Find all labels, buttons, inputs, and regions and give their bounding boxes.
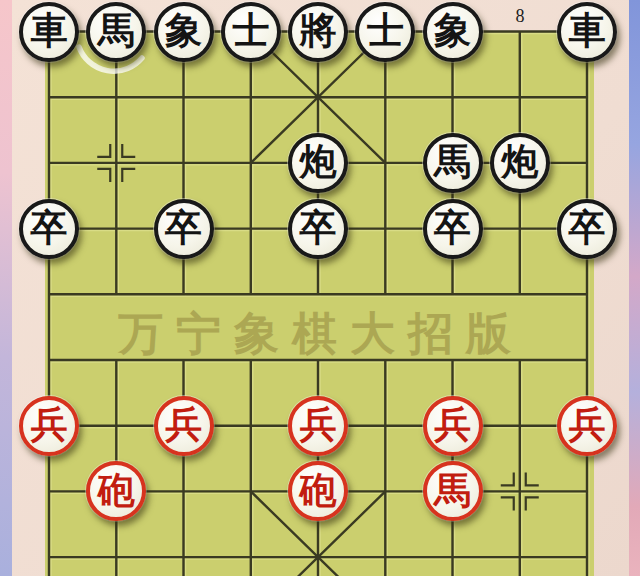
- piece-red-soldier[interactable]: 兵: [557, 396, 617, 456]
- piece-character: 卒: [165, 209, 202, 246]
- piece-black-elephant[interactable]: 象: [423, 2, 483, 62]
- piece-character: 砲: [300, 472, 337, 509]
- piece-red-cannon[interactable]: 砲: [288, 461, 348, 521]
- piece-black-cannon[interactable]: 炮: [288, 133, 348, 193]
- piece-red-horse[interactable]: 馬: [423, 461, 483, 521]
- piece-character: 砲: [98, 472, 135, 509]
- piece-character: 兵: [165, 406, 202, 443]
- piece-character: 卒: [300, 209, 337, 246]
- piece-character: 炮: [300, 143, 337, 180]
- piece-character: 車: [31, 12, 68, 49]
- piece-character: 車: [569, 12, 606, 49]
- piece-black-elephant[interactable]: 象: [154, 2, 214, 62]
- piece-black-soldier[interactable]: 卒: [154, 199, 214, 259]
- piece-black-horse[interactable]: 馬: [86, 2, 146, 62]
- piece-character: 炮: [501, 143, 538, 180]
- piece-red-soldier[interactable]: 兵: [154, 396, 214, 456]
- piece-black-horse[interactable]: 馬: [423, 133, 483, 193]
- piece-red-soldier[interactable]: 兵: [19, 396, 79, 456]
- piece-character: 兵: [31, 406, 68, 443]
- piece-character: 兵: [300, 406, 337, 443]
- piece-black-soldier[interactable]: 卒: [557, 199, 617, 259]
- piece-black-soldier[interactable]: 卒: [288, 199, 348, 259]
- piece-black-chariot[interactable]: 車: [557, 2, 617, 62]
- piece-character: 馬: [434, 143, 471, 180]
- piece-red-soldier[interactable]: 兵: [423, 396, 483, 456]
- xiangqi-app-screen: 8 万宁象棋大招版 車馬象士將士象車炮馬炮卒卒卒卒卒兵兵兵兵兵砲砲馬: [0, 0, 640, 576]
- piece-character: 象: [434, 12, 471, 49]
- piece-red-soldier[interactable]: 兵: [288, 396, 348, 456]
- piece-character: 士: [367, 12, 404, 49]
- piece-character: 兵: [434, 406, 471, 443]
- piece-character: 卒: [434, 209, 471, 246]
- app-watermark: 万宁象棋大招版: [118, 304, 524, 364]
- piece-character: 士: [232, 12, 269, 49]
- piece-character: 象: [165, 12, 202, 49]
- file-number-label: 8: [510, 6, 530, 27]
- piece-black-chariot[interactable]: 車: [19, 2, 79, 62]
- piece-character: 馬: [98, 12, 135, 49]
- piece-black-soldier[interactable]: 卒: [423, 199, 483, 259]
- piece-black-advisor[interactable]: 士: [355, 2, 415, 62]
- piece-character: 卒: [31, 209, 68, 246]
- piece-character: 將: [300, 12, 337, 49]
- piece-black-general[interactable]: 將: [288, 2, 348, 62]
- piece-black-advisor[interactable]: 士: [221, 2, 281, 62]
- piece-black-soldier[interactable]: 卒: [19, 199, 79, 259]
- piece-character: 卒: [569, 209, 606, 246]
- piece-character: 兵: [569, 406, 606, 443]
- piece-black-cannon[interactable]: 炮: [490, 133, 550, 193]
- piece-character: 馬: [434, 472, 471, 509]
